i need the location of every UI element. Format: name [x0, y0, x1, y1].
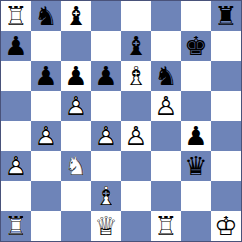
square-c7[interactable]	[61, 31, 91, 61]
square-d6[interactable]: ♟	[91, 61, 121, 91]
square-f3[interactable]	[151, 151, 181, 181]
square-a4[interactable]	[1, 121, 31, 151]
piece-black-rook[interactable]: ♜	[211, 1, 241, 31]
square-a2[interactable]	[1, 181, 31, 211]
square-f7[interactable]	[151, 31, 181, 61]
square-g4[interactable]: ♟	[181, 121, 211, 151]
square-d4[interactable]: ♟♙	[91, 121, 121, 151]
piece-white-bishop[interactable]: ♝♗	[91, 181, 121, 211]
chess-board: ♜♖♞♝♜♟♝♚♟♟♟♝♗♞♟♙♟♙♟♙♟♙♟♙♟♟♙♞♘♛♝♗♜♖♛♕♜♖♚♔	[1, 1, 241, 241]
piece-white-bishop[interactable]: ♝♗	[121, 61, 151, 91]
square-g5[interactable]	[181, 91, 211, 121]
square-g2[interactable]	[181, 181, 211, 211]
square-h2[interactable]	[211, 181, 241, 211]
square-f2[interactable]	[151, 181, 181, 211]
square-b5[interactable]	[31, 91, 61, 121]
piece-white-pawn[interactable]: ♟♙	[91, 121, 121, 151]
square-h1[interactable]: ♚♔	[211, 211, 241, 241]
white-piece-outline: ♔	[211, 211, 241, 241]
square-b4[interactable]: ♟♙	[31, 121, 61, 151]
piece-white-pawn[interactable]: ♟♙	[61, 91, 91, 121]
square-b3[interactable]	[31, 151, 61, 181]
square-a5[interactable]	[1, 91, 31, 121]
white-piece-outline: ♖	[1, 211, 31, 241]
white-piece-outline: ♕	[91, 211, 121, 241]
white-piece-outline: ♙	[31, 121, 61, 151]
square-e6[interactable]: ♝♗	[121, 61, 151, 91]
piece-black-king[interactable]: ♚	[181, 31, 211, 61]
square-e4[interactable]: ♟♙	[121, 121, 151, 151]
piece-black-pawn[interactable]: ♟	[31, 61, 61, 91]
square-d2[interactable]: ♝♗	[91, 181, 121, 211]
piece-white-pawn[interactable]: ♟♙	[121, 121, 151, 151]
piece-black-bishop[interactable]: ♝	[121, 31, 151, 61]
square-b8[interactable]: ♞	[31, 1, 61, 31]
square-a8[interactable]: ♜♖	[1, 1, 31, 31]
square-e5[interactable]	[121, 91, 151, 121]
piece-white-rook[interactable]: ♜♖	[151, 211, 181, 241]
square-c5[interactable]: ♟♙	[61, 91, 91, 121]
square-e8[interactable]	[121, 1, 151, 31]
square-c8[interactable]: ♝	[61, 1, 91, 31]
piece-white-pawn[interactable]: ♟♙	[151, 91, 181, 121]
piece-black-pawn[interactable]: ♟	[181, 121, 211, 151]
square-b7[interactable]	[31, 31, 61, 61]
piece-white-rook[interactable]: ♜♖	[1, 211, 31, 241]
square-c3[interactable]: ♞♘	[61, 151, 91, 181]
piece-white-pawn[interactable]: ♟♙	[31, 121, 61, 151]
square-e7[interactable]: ♝	[121, 31, 151, 61]
square-a3[interactable]: ♟♙	[1, 151, 31, 181]
square-g7[interactable]: ♚	[181, 31, 211, 61]
square-b1[interactable]	[31, 211, 61, 241]
square-d5[interactable]	[91, 91, 121, 121]
square-g3[interactable]: ♛	[181, 151, 211, 181]
square-a6[interactable]	[1, 61, 31, 91]
square-f4[interactable]	[151, 121, 181, 151]
piece-black-knight[interactable]: ♞	[31, 1, 61, 31]
white-piece-outline: ♙	[61, 91, 91, 121]
square-d3[interactable]	[91, 151, 121, 181]
white-piece-outline: ♙	[151, 91, 181, 121]
piece-white-pawn[interactable]: ♟♙	[1, 151, 31, 181]
square-h4[interactable]	[211, 121, 241, 151]
square-c1[interactable]	[61, 211, 91, 241]
piece-white-rook[interactable]: ♜♖	[1, 1, 31, 31]
square-f5[interactable]: ♟♙	[151, 91, 181, 121]
chess-board-frame: ♜♖♞♝♜♟♝♚♟♟♟♝♗♞♟♙♟♙♟♙♟♙♟♙♟♟♙♞♘♛♝♗♜♖♛♕♜♖♚♔	[0, 0, 242, 242]
piece-white-queen[interactable]: ♛♕	[91, 211, 121, 241]
piece-white-king[interactable]: ♚♔	[211, 211, 241, 241]
square-c2[interactable]	[61, 181, 91, 211]
piece-white-knight[interactable]: ♞♘	[61, 151, 91, 181]
square-h8[interactable]: ♜	[211, 1, 241, 31]
square-a7[interactable]: ♟	[1, 31, 31, 61]
white-piece-outline: ♗	[91, 181, 121, 211]
square-h7[interactable]	[211, 31, 241, 61]
square-e3[interactable]	[121, 151, 151, 181]
square-e2[interactable]	[121, 181, 151, 211]
piece-black-pawn[interactable]: ♟	[1, 31, 31, 61]
square-a1[interactable]: ♜♖	[1, 211, 31, 241]
white-piece-outline: ♘	[61, 151, 91, 181]
white-piece-outline: ♙	[91, 121, 121, 151]
square-e1[interactable]	[121, 211, 151, 241]
square-g6[interactable]	[181, 61, 211, 91]
piece-black-pawn[interactable]: ♟	[91, 61, 121, 91]
piece-black-bishop[interactable]: ♝	[61, 1, 91, 31]
square-d8[interactable]	[91, 1, 121, 31]
white-piece-outline: ♗	[121, 61, 151, 91]
square-g8[interactable]	[181, 1, 211, 31]
square-g1[interactable]	[181, 211, 211, 241]
square-f6[interactable]: ♞	[151, 61, 181, 91]
square-b6[interactable]: ♟	[31, 61, 61, 91]
piece-black-pawn[interactable]: ♟	[61, 61, 91, 91]
square-h6[interactable]	[211, 61, 241, 91]
white-piece-outline: ♙	[121, 121, 151, 151]
piece-black-queen[interactable]: ♛	[181, 151, 211, 181]
square-d7[interactable]	[91, 31, 121, 61]
square-d1[interactable]: ♛♕	[91, 211, 121, 241]
white-piece-outline: ♖	[1, 1, 31, 31]
square-f1[interactable]: ♜♖	[151, 211, 181, 241]
square-b2[interactable]	[31, 181, 61, 211]
white-piece-outline: ♖	[151, 211, 181, 241]
square-c4[interactable]	[61, 121, 91, 151]
square-c6[interactable]: ♟	[61, 61, 91, 91]
square-f8[interactable]	[151, 1, 181, 31]
square-h3[interactable]	[211, 151, 241, 181]
piece-black-knight[interactable]: ♞	[151, 61, 181, 91]
square-h5[interactable]	[211, 91, 241, 121]
white-piece-outline: ♙	[1, 151, 31, 181]
